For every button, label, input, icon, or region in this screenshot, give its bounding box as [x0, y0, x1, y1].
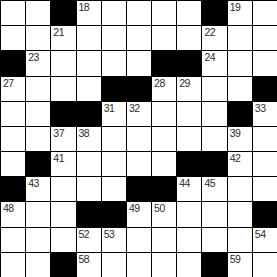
cell-r7c1[interactable]: 43 — [26, 177, 50, 201]
cell-r3c1[interactable] — [26, 77, 50, 101]
cell-r2c2[interactable] — [51, 51, 75, 75]
cell-r4c0[interactable] — [1, 102, 25, 126]
black-cell-r0c2 — [51, 1, 75, 25]
cell-r3c0[interactable]: 27 — [1, 77, 25, 101]
clue-number-18: 18 — [79, 2, 90, 12]
black-cell-r10c2 — [51, 253, 75, 277]
black-cell-r2c6 — [152, 51, 176, 75]
cell-r8c0[interactable]: 48 — [1, 202, 25, 226]
cell-r3c2[interactable] — [51, 77, 75, 101]
black-cell-r4c9 — [228, 102, 252, 126]
cell-r10c6[interactable] — [152, 253, 176, 277]
clue-number-33: 33 — [255, 103, 266, 113]
cell-r5c1[interactable] — [26, 127, 50, 151]
cell-r1c9[interactable] — [228, 26, 252, 50]
cell-r4c4[interactable]: 31 — [102, 102, 126, 126]
cell-r2c4[interactable] — [102, 51, 126, 75]
cell-r4c7[interactable] — [177, 102, 201, 126]
cell-r5c9[interactable]: 39 — [228, 127, 252, 151]
cell-r7c2[interactable] — [51, 177, 75, 201]
clue-number-49: 49 — [129, 203, 140, 213]
clue-number-43: 43 — [28, 178, 39, 188]
clue-number-24: 24 — [204, 52, 215, 62]
cell-r7c4[interactable] — [102, 177, 126, 201]
cell-r6c4[interactable] — [102, 152, 126, 176]
cell-r2c5[interactable] — [127, 51, 151, 75]
black-cell-r8c4 — [102, 202, 126, 226]
cell-r0c7[interactable] — [177, 1, 201, 25]
cell-r1c10[interactable] — [253, 26, 277, 50]
cell-r4c6[interactable] — [152, 102, 176, 126]
cell-r5c0[interactable] — [1, 127, 25, 151]
cell-r9c7[interactable] — [177, 228, 201, 252]
black-cell-r4c2 — [51, 102, 75, 126]
cell-r0c4[interactable] — [102, 1, 126, 25]
cell-r1c3[interactable] — [77, 26, 101, 50]
cell-r5c5[interactable] — [127, 127, 151, 151]
clue-number-29: 29 — [179, 78, 190, 88]
cell-r9c1[interactable] — [26, 228, 50, 252]
cell-r8c2[interactable] — [51, 202, 75, 226]
cell-r3c9[interactable] — [228, 77, 252, 101]
black-cell-r6c1 — [26, 152, 50, 176]
black-cell-r7c0 — [1, 177, 25, 201]
cell-r6c3[interactable] — [77, 152, 101, 176]
cell-r4c8[interactable] — [202, 102, 226, 126]
clue-number-38: 38 — [79, 128, 90, 138]
clue-number-31: 31 — [104, 103, 115, 113]
cell-r2c10[interactable] — [253, 51, 277, 75]
clue-number-39: 39 — [230, 128, 241, 138]
clue-number-23: 23 — [28, 52, 39, 62]
cell-r10c4[interactable] — [102, 253, 126, 277]
cell-r9c3[interactable]: 52 — [77, 228, 101, 252]
black-cell-r4c3 — [77, 102, 101, 126]
black-cell-r3c5 — [127, 77, 151, 101]
black-cell-r0c8 — [202, 1, 226, 25]
clue-number-50: 50 — [154, 203, 165, 213]
cell-r8c8[interactable] — [202, 202, 226, 226]
cell-r9c5[interactable] — [127, 228, 151, 252]
cell-r9c6[interactable] — [152, 228, 176, 252]
cell-r6c10[interactable] — [253, 152, 277, 176]
clue-number-54: 54 — [255, 229, 266, 239]
cell-r1c2[interactable]: 21 — [51, 26, 75, 50]
cell-r0c0[interactable] — [1, 1, 25, 25]
black-cell-r8c3 — [77, 202, 101, 226]
cell-r6c0[interactable] — [1, 152, 25, 176]
cell-r0c5[interactable] — [127, 1, 151, 25]
clue-number-28: 28 — [154, 78, 165, 88]
cell-r1c4[interactable] — [102, 26, 126, 50]
cell-r5c2[interactable]: 37 — [51, 127, 75, 151]
cell-r3c7[interactable]: 29 — [177, 77, 201, 101]
cell-r10c10[interactable] — [253, 253, 277, 277]
clue-number-27: 27 — [3, 78, 14, 88]
cell-r5c6[interactable] — [152, 127, 176, 151]
cell-r8c7[interactable] — [177, 202, 201, 226]
cell-r10c1[interactable] — [26, 253, 50, 277]
black-cell-r6c8 — [202, 152, 226, 176]
cell-r3c6[interactable]: 28 — [152, 77, 176, 101]
clue-number-32: 32 — [129, 103, 140, 113]
cell-r0c1[interactable] — [26, 1, 50, 25]
clue-number-59: 59 — [230, 254, 241, 264]
cell-r1c7[interactable] — [177, 26, 201, 50]
clue-number-52: 52 — [79, 229, 90, 239]
cell-r2c9[interactable] — [228, 51, 252, 75]
cell-r5c10[interactable] — [253, 127, 277, 151]
crossword-board: 1819212223242728293132333738394142434445… — [0, 0, 277, 277]
cell-r8c1[interactable] — [26, 202, 50, 226]
cell-r6c9[interactable]: 42 — [228, 152, 252, 176]
cell-r5c8[interactable] — [202, 127, 226, 151]
clue-number-22: 22 — [204, 27, 215, 37]
cell-r9c10[interactable]: 54 — [253, 228, 277, 252]
cell-r4c5[interactable]: 32 — [127, 102, 151, 126]
cell-r7c10[interactable] — [253, 177, 277, 201]
cell-r1c6[interactable] — [152, 26, 176, 50]
cell-r1c8[interactable]: 22 — [202, 26, 226, 50]
cell-r4c10[interactable]: 33 — [253, 102, 277, 126]
cell-r9c8[interactable] — [202, 228, 226, 252]
cell-r7c7[interactable]: 44 — [177, 177, 201, 201]
clue-number-44: 44 — [179, 178, 190, 188]
cell-r5c4[interactable] — [102, 127, 126, 151]
cell-r10c3[interactable]: 58 — [77, 253, 101, 277]
clue-number-48: 48 — [3, 203, 14, 213]
cell-r10c5[interactable] — [127, 253, 151, 277]
cell-r3c8[interactable] — [202, 77, 226, 101]
cell-r2c8[interactable]: 24 — [202, 51, 226, 75]
cell-r2c3[interactable] — [77, 51, 101, 75]
cell-r1c5[interactable] — [127, 26, 151, 50]
black-cell-r7c5 — [127, 177, 151, 201]
clue-number-19: 19 — [230, 2, 241, 12]
cell-r8c9[interactable] — [228, 202, 252, 226]
cell-r9c9[interactable] — [228, 228, 252, 252]
clue-number-37: 37 — [53, 128, 64, 138]
cell-r0c10[interactable] — [253, 1, 277, 25]
clue-number-53: 53 — [104, 229, 115, 239]
cell-r7c8[interactable]: 45 — [202, 177, 226, 201]
cell-r6c6[interactable] — [152, 152, 176, 176]
clue-number-45: 45 — [204, 178, 215, 188]
clue-number-58: 58 — [79, 254, 90, 264]
cell-r0c3[interactable]: 18 — [77, 1, 101, 25]
cell-r6c2[interactable]: 41 — [51, 152, 75, 176]
cell-r2c1[interactable]: 23 — [26, 51, 50, 75]
cell-r10c0[interactable] — [1, 253, 25, 277]
cell-r7c9[interactable] — [228, 177, 252, 201]
cell-r10c7[interactable] — [177, 253, 201, 277]
clue-number-41: 41 — [53, 153, 64, 163]
black-cell-r8c10 — [253, 202, 277, 226]
clue-number-42: 42 — [230, 153, 241, 163]
cell-r1c1[interactable] — [26, 26, 50, 50]
cell-r5c7[interactable] — [177, 127, 201, 151]
cell-r1c0[interactable] — [1, 26, 25, 50]
black-cell-r2c7 — [177, 51, 201, 75]
cell-r5c3[interactable]: 38 — [77, 127, 101, 151]
cell-r9c0[interactable] — [1, 228, 25, 252]
cell-r0c6[interactable] — [152, 1, 176, 25]
cell-r7c3[interactable] — [77, 177, 101, 201]
cell-r0c9[interactable]: 19 — [228, 1, 252, 25]
cell-r9c4[interactable]: 53 — [102, 228, 126, 252]
black-cell-r10c8 — [202, 253, 226, 277]
black-cell-r6c7 — [177, 152, 201, 176]
cell-r10c9[interactable]: 59 — [228, 253, 252, 277]
black-cell-r2c0 — [1, 51, 25, 75]
black-cell-r3c10 — [253, 77, 277, 101]
cell-r9c2[interactable] — [51, 228, 75, 252]
clue-number-21: 21 — [53, 27, 64, 37]
cell-r6c5[interactable] — [127, 152, 151, 176]
cell-r4c1[interactable] — [26, 102, 50, 126]
cell-r8c6[interactable]: 50 — [152, 202, 176, 226]
cell-r8c5[interactable]: 49 — [127, 202, 151, 226]
cell-r3c3[interactable] — [77, 77, 101, 101]
black-cell-r3c4 — [102, 77, 126, 101]
black-cell-r7c6 — [152, 177, 176, 201]
